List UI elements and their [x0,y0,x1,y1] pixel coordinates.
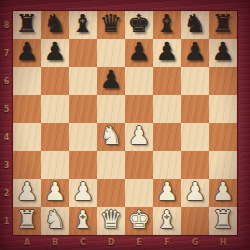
square-b2[interactable]: ♟ [41,179,69,207]
square-h5[interactable] [209,95,237,123]
square-e6[interactable] [125,67,153,95]
square-b5[interactable] [41,95,69,123]
file-label-h: H [209,235,237,250]
square-g2[interactable]: ♟ [181,179,209,207]
rank-label-2: 2 [0,179,13,207]
square-h4[interactable] [209,123,237,151]
square-a4[interactable] [13,123,41,151]
square-c3[interactable] [69,151,97,179]
square-f5[interactable] [153,95,181,123]
white-pawn[interactable]: ♟ [72,178,94,206]
rank-label-4: 4 [0,123,13,151]
square-d8[interactable]: ♛ [97,11,125,39]
black-bishop[interactable]: ♝ [72,10,94,38]
white-bishop[interactable]: ♝ [156,206,178,234]
file-label-e: E [125,235,153,250]
rank-label-8: 8 [0,11,13,39]
white-rook[interactable]: ♜ [212,206,234,234]
rank-label-7: 7 [0,39,13,67]
square-d2[interactable] [97,179,125,207]
square-g5[interactable] [181,95,209,123]
square-h2[interactable]: ♟ [209,179,237,207]
white-pawn[interactable]: ♟ [128,122,150,150]
square-h3[interactable] [209,151,237,179]
square-d4[interactable]: ♞ [97,123,125,151]
rank-label-1: 1 [0,207,13,235]
rank-labels: 87654321 [0,11,13,235]
black-rook[interactable]: ♜ [212,10,234,38]
white-knight[interactable]: ♞ [100,122,122,150]
black-pawn[interactable]: ♟ [212,38,234,66]
square-c5[interactable] [69,95,97,123]
square-g7[interactable]: ♟ [181,39,209,67]
black-rook[interactable]: ♜ [16,10,38,38]
chessboard-frame: 87654321 ABCDEFGH ♜♞♝♛♚♝♞♜♟♟♟♟♟♟♟♞♟♟♟♟♟♟… [0,0,250,250]
square-e5[interactable] [125,95,153,123]
white-pawn[interactable]: ♟ [212,178,234,206]
white-queen[interactable]: ♛ [100,206,122,234]
file-label-d: D [97,235,125,250]
square-c4[interactable] [69,123,97,151]
black-pawn[interactable]: ♟ [184,38,206,66]
square-h7[interactable]: ♟ [209,39,237,67]
black-pawn[interactable]: ♟ [16,38,38,66]
rank-label-6: 6 [0,67,13,95]
white-king[interactable]: ♚ [128,206,150,234]
square-g8[interactable]: ♞ [181,11,209,39]
square-f8[interactable]: ♝ [153,11,181,39]
square-f1[interactable]: ♝ [153,207,181,235]
square-h8[interactable]: ♜ [209,11,237,39]
square-a5[interactable] [13,95,41,123]
rank-label-3: 3 [0,151,13,179]
white-knight[interactable]: ♞ [44,206,66,234]
square-a6[interactable] [13,67,41,95]
square-f4[interactable] [153,123,181,151]
square-a7[interactable]: ♟ [13,39,41,67]
square-c6[interactable] [69,67,97,95]
white-rook[interactable]: ♜ [16,206,38,234]
file-label-b: B [41,235,69,250]
square-e3[interactable] [125,151,153,179]
square-d5[interactable] [97,95,125,123]
file-label-c: C [69,235,97,250]
square-c2[interactable]: ♟ [69,179,97,207]
square-b7[interactable]: ♟ [41,39,69,67]
square-h6[interactable] [209,67,237,95]
square-e2[interactable] [125,179,153,207]
black-pawn[interactable]: ♟ [44,38,66,66]
square-h1[interactable]: ♜ [209,207,237,235]
file-label-g: G [181,235,209,250]
square-a1[interactable]: ♜ [13,207,41,235]
square-g1[interactable] [181,207,209,235]
square-a3[interactable] [13,151,41,179]
square-e7[interactable]: ♟ [125,39,153,67]
square-g3[interactable] [181,151,209,179]
white-pawn[interactable]: ♟ [156,178,178,206]
square-a2[interactable]: ♟ [13,179,41,207]
square-e1[interactable]: ♚ [125,207,153,235]
square-d1[interactable]: ♛ [97,207,125,235]
square-a8[interactable]: ♜ [13,11,41,39]
square-d3[interactable] [97,151,125,179]
square-b4[interactable] [41,123,69,151]
square-b8[interactable]: ♞ [41,11,69,39]
file-label-f: F [153,235,181,250]
white-pawn[interactable]: ♟ [44,178,66,206]
black-knight[interactable]: ♞ [44,10,66,38]
square-g4[interactable] [181,123,209,151]
square-f7[interactable]: ♟ [153,39,181,67]
square-f2[interactable]: ♟ [153,179,181,207]
square-c8[interactable]: ♝ [69,11,97,39]
black-knight[interactable]: ♞ [184,10,206,38]
file-labels: ABCDEFGH [13,235,237,250]
black-pawn[interactable]: ♟ [128,38,150,66]
black-queen[interactable]: ♛ [100,10,122,38]
black-pawn[interactable]: ♟ [156,38,178,66]
black-bishop[interactable]: ♝ [156,10,178,38]
file-label-a: A [13,235,41,250]
rank-label-5: 5 [0,95,13,123]
square-f3[interactable] [153,151,181,179]
square-e8[interactable]: ♚ [125,11,153,39]
white-pawn[interactable]: ♟ [16,178,38,206]
square-d6[interactable]: ♟ [97,67,125,95]
square-b6[interactable] [41,67,69,95]
black-pawn[interactable]: ♟ [100,66,122,94]
square-c1[interactable]: ♝ [69,207,97,235]
white-pawn[interactable]: ♟ [184,178,206,206]
square-c7[interactable] [69,39,97,67]
square-f6[interactable] [153,67,181,95]
square-e4[interactable]: ♟ [125,123,153,151]
square-d7[interactable] [97,39,125,67]
square-b3[interactable] [41,151,69,179]
square-g6[interactable] [181,67,209,95]
white-bishop[interactable]: ♝ [72,206,94,234]
chessboard: ♜♞♝♛♚♝♞♜♟♟♟♟♟♟♟♞♟♟♟♟♟♟♟♜♞♝♛♚♝♜ [13,11,237,235]
black-king[interactable]: ♚ [128,10,150,38]
square-b1[interactable]: ♞ [41,207,69,235]
